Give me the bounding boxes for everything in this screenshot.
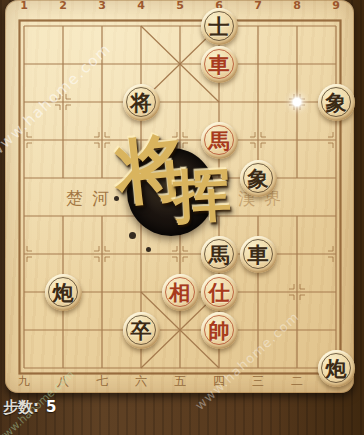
piece-象-black[interactable]: 象 [240, 160, 277, 197]
piece-帥-red[interactable]: 帥 [201, 312, 238, 349]
piece-character: 炮 [326, 358, 347, 379]
xiangqi-board[interactable] [5, 0, 354, 393]
piece-character: 象 [326, 92, 347, 113]
piece-character: 仕 [209, 282, 230, 303]
step-counter-label: 步数: [3, 398, 39, 416]
piece-character: 卒 [131, 320, 152, 341]
piece-character: 将 [131, 92, 152, 113]
piece-仕-red[interactable]: 仕 [201, 274, 238, 311]
piece-character: 帥 [209, 320, 230, 341]
piece-車-black[interactable]: 車 [240, 236, 277, 273]
piece-character: 士 [209, 16, 230, 37]
last-move-indicator-dot [293, 98, 301, 106]
piece-相-red[interactable]: 相 [162, 274, 199, 311]
piece-車-red[interactable]: 車 [201, 46, 238, 83]
piece-士-black[interactable]: 士 [201, 8, 238, 45]
piece-character: 相 [170, 282, 191, 303]
piece-character: 炮 [53, 282, 74, 303]
piece-character: 馬 [209, 130, 230, 151]
step-counter: 步数:5 [3, 398, 56, 417]
piece-馬-black[interactable]: 馬 [201, 236, 238, 273]
game-screen: 楚河 漢界 123456789九八七六五四三二一 将 挥 士車将象馬象馬車炮相仕… [0, 0, 364, 435]
piece-炮-black[interactable]: 炮 [318, 350, 355, 387]
piece-象-black[interactable]: 象 [318, 84, 355, 121]
piece-馬-red[interactable]: 馬 [201, 122, 238, 159]
piece-character: 象 [248, 168, 269, 189]
piece-卒-black[interactable]: 卒 [123, 312, 160, 349]
piece-character: 車 [209, 54, 230, 75]
piece-character: 車 [248, 244, 269, 265]
piece-character: 馬 [209, 244, 230, 265]
step-counter-value: 5 [46, 398, 56, 416]
piece-炮-black[interactable]: 炮 [45, 274, 82, 311]
piece-将-black[interactable]: 将 [123, 84, 160, 121]
